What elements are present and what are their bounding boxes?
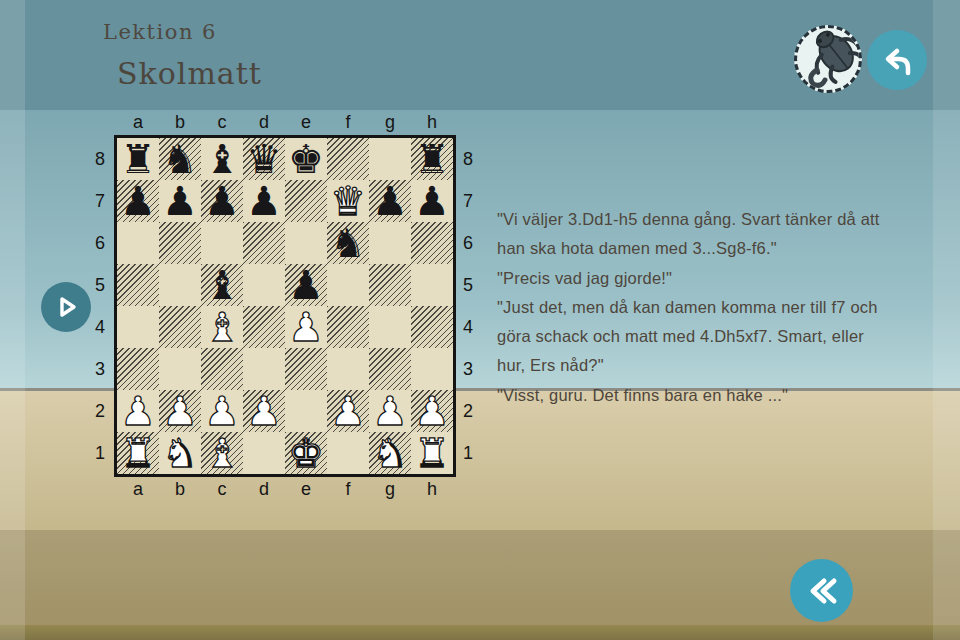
board-square-b2[interactable]: ♟ xyxy=(159,390,201,432)
board-square-f4[interactable] xyxy=(327,306,369,348)
board-square-h3[interactable] xyxy=(411,348,453,390)
board-square-a4[interactable] xyxy=(117,306,159,348)
board-square-c6[interactable] xyxy=(201,222,243,264)
board-square-f2[interactable]: ♟ xyxy=(327,390,369,432)
board-square-e4[interactable]: ♟ xyxy=(285,306,327,348)
board-square-g3[interactable] xyxy=(369,348,411,390)
rank-label: 1 xyxy=(88,432,112,474)
board-square-c4[interactable]: ♝ xyxy=(201,306,243,348)
chess-piece-bN[interactable]: ♞ xyxy=(330,222,366,264)
rank-label: 4 xyxy=(88,306,112,348)
board-square-g1[interactable]: ♞ xyxy=(369,432,411,474)
chess-piece-bP[interactable]: ♟ xyxy=(162,180,198,222)
page-title: Skolmatt xyxy=(117,56,262,91)
board-square-d6[interactable] xyxy=(243,222,285,264)
dialog-line: göra schack och matt med 4.Dh5xf7. Smart… xyxy=(497,322,947,351)
board-square-b8[interactable]: ♞ xyxy=(159,138,201,180)
lesson-number-label: Lektion 6 xyxy=(103,20,217,44)
board-square-b1[interactable]: ♞ xyxy=(159,432,201,474)
board-square-g5[interactable] xyxy=(369,264,411,306)
board-square-c3[interactable] xyxy=(201,348,243,390)
app-screen: Lektion 6 Skolmatt xyxy=(0,0,960,640)
board-square-h1[interactable]: ♜ xyxy=(411,432,453,474)
rank-labels-left: 87654321 xyxy=(88,138,112,474)
board-square-h6[interactable] xyxy=(411,222,453,264)
board-square-a6[interactable] xyxy=(117,222,159,264)
file-label: b xyxy=(159,110,201,134)
rank-label: 5 xyxy=(88,264,112,306)
board-square-f1[interactable] xyxy=(327,432,369,474)
board-square-g8[interactable] xyxy=(369,138,411,180)
board-square-b7[interactable]: ♟ xyxy=(159,180,201,222)
board-square-f8[interactable] xyxy=(327,138,369,180)
board-square-h4[interactable] xyxy=(411,306,453,348)
chess-piece-bR[interactable]: ♜ xyxy=(414,138,450,180)
chess-piece-wR[interactable]: ♜ xyxy=(414,432,450,474)
board-square-d3[interactable] xyxy=(243,348,285,390)
board-square-a3[interactable] xyxy=(117,348,159,390)
chess-piece-wP[interactable]: ♟ xyxy=(204,390,240,432)
board-square-d4[interactable] xyxy=(243,306,285,348)
file-label: b xyxy=(159,477,201,501)
file-label: a xyxy=(117,110,159,134)
board-square-e3[interactable] xyxy=(285,348,327,390)
board-square-f5[interactable] xyxy=(327,264,369,306)
rank-label: 3 xyxy=(456,348,480,390)
file-label: a xyxy=(117,477,159,501)
board-square-d2[interactable]: ♟ xyxy=(243,390,285,432)
rank-label: 8 xyxy=(456,138,480,180)
chess-piece-bK[interactable]: ♚ xyxy=(288,138,324,180)
chess-piece-wB[interactable]: ♝ xyxy=(204,306,240,348)
dialog-line: "Visst, guru. Det finns bara en hake ...… xyxy=(497,381,947,410)
chess-piece-bB[interactable]: ♝ xyxy=(204,138,240,180)
rank-label: 6 xyxy=(456,222,480,264)
sand-background-bottom-strip xyxy=(0,625,960,640)
chess-piece-bP[interactable]: ♟ xyxy=(372,180,408,222)
board-square-e7[interactable] xyxy=(285,180,327,222)
board-square-c5[interactable]: ♝ xyxy=(201,264,243,306)
chess-piece-wK[interactable]: ♚ xyxy=(288,432,324,474)
board-square-g2[interactable]: ♟ xyxy=(369,390,411,432)
chess-piece-bP[interactable]: ♟ xyxy=(120,180,156,222)
chess-piece-bP[interactable]: ♟ xyxy=(204,180,240,222)
file-label: c xyxy=(201,477,243,501)
file-label: h xyxy=(411,477,453,501)
chess-piece-bN[interactable]: ♞ xyxy=(162,138,198,180)
dialog-line: "Vi väljer 3.Dd1-h5 denna gång. Svart tä… xyxy=(497,205,947,234)
board-square-g6[interactable] xyxy=(369,222,411,264)
chess-piece-bP[interactable]: ♟ xyxy=(288,264,324,306)
play-button[interactable] xyxy=(41,282,91,332)
dialog-line: han ska hota damen med 3...Sg8-f6." xyxy=(497,234,947,263)
rank-label: 2 xyxy=(456,390,480,432)
board-square-c8[interactable]: ♝ xyxy=(201,138,243,180)
file-label: e xyxy=(285,110,327,134)
chess-piece-wP[interactable]: ♟ xyxy=(288,306,324,348)
board-square-e2[interactable] xyxy=(285,390,327,432)
chess-piece-wP[interactable]: ♟ xyxy=(414,390,450,432)
chess-piece-wP[interactable]: ♟ xyxy=(162,390,198,432)
rank-label: 4 xyxy=(456,306,480,348)
chess-piece-wN[interactable]: ♞ xyxy=(162,432,198,474)
dialog-text: "Vi väljer 3.Dd1-h5 denna gång. Svart tä… xyxy=(497,205,947,410)
chess-piece-bP[interactable]: ♟ xyxy=(414,180,450,222)
chess-piece-wP[interactable]: ♟ xyxy=(246,390,282,432)
chess-piece-wP[interactable]: ♟ xyxy=(330,390,366,432)
board-square-b6[interactable] xyxy=(159,222,201,264)
file-label: f xyxy=(327,110,369,134)
chess-piece-wN[interactable]: ♞ xyxy=(372,432,408,474)
board-square-f3[interactable] xyxy=(327,348,369,390)
board-square-a1[interactable]: ♜ xyxy=(117,432,159,474)
dialog-line: "Just det, men då kan damen komma ner ti… xyxy=(497,293,947,322)
board-square-f6[interactable]: ♞ xyxy=(327,222,369,264)
chess-piece-wP[interactable]: ♟ xyxy=(120,390,156,432)
board-square-g7[interactable]: ♟ xyxy=(369,180,411,222)
board-square-b5[interactable] xyxy=(159,264,201,306)
chess-piece-wQ[interactable]: ♛ xyxy=(330,180,366,222)
play-icon xyxy=(49,290,83,324)
board-square-e1[interactable]: ♚ xyxy=(285,432,327,474)
board-square-c7[interactable]: ♟ xyxy=(201,180,243,222)
chess-piece-bR[interactable]: ♜ xyxy=(120,138,156,180)
rank-label: 2 xyxy=(88,390,112,432)
chess-piece-wP[interactable]: ♟ xyxy=(372,390,408,432)
rank-label: 3 xyxy=(88,348,112,390)
left-light-strip xyxy=(0,0,25,640)
board-square-a5[interactable] xyxy=(117,264,159,306)
board-square-f7[interactable]: ♛ xyxy=(327,180,369,222)
rank-label: 1 xyxy=(456,432,480,474)
rank-label: 6 xyxy=(88,222,112,264)
board-square-e5[interactable]: ♟ xyxy=(285,264,327,306)
board-square-c2[interactable]: ♟ xyxy=(201,390,243,432)
rank-label: 5 xyxy=(456,264,480,306)
board-square-h7[interactable]: ♟ xyxy=(411,180,453,222)
file-label: c xyxy=(201,110,243,134)
return-arrow-icon xyxy=(875,38,919,82)
avatar[interactable] xyxy=(794,25,862,93)
board-square-b3[interactable] xyxy=(159,348,201,390)
chess-piece-wB[interactable]: ♝ xyxy=(204,432,240,474)
board-square-h8[interactable]: ♜ xyxy=(411,138,453,180)
dialog-line: "Precis vad jag gjorde!" xyxy=(497,264,947,293)
board-square-a7[interactable]: ♟ xyxy=(117,180,159,222)
board-square-e6[interactable] xyxy=(285,222,327,264)
file-label: d xyxy=(243,110,285,134)
file-label: d xyxy=(243,477,285,501)
board-square-b4[interactable] xyxy=(159,306,201,348)
rank-label: 8 xyxy=(88,138,112,180)
chess-piece-bQ[interactable]: ♛ xyxy=(246,138,282,180)
board-square-a8[interactable]: ♜ xyxy=(117,138,159,180)
board-square-g4[interactable] xyxy=(369,306,411,348)
dialog-line: hur, Ers nåd?" xyxy=(497,351,947,380)
chess-piece-bP[interactable]: ♟ xyxy=(246,180,282,222)
rewind-button[interactable] xyxy=(790,559,853,622)
board-square-c1[interactable]: ♝ xyxy=(201,432,243,474)
file-labels-bottom: abcdefgh xyxy=(117,477,453,501)
board-square-d7[interactable]: ♟ xyxy=(243,180,285,222)
back-button[interactable] xyxy=(867,30,927,90)
chess-board[interactable]: ♜♞♝♛♚♜♟♟♟♟♛♟♟♞♝♟♝♟♟♟♟♟♟♟♟♜♞♝♚♞♜ xyxy=(114,135,456,477)
board-square-h2[interactable]: ♟ xyxy=(411,390,453,432)
file-label: g xyxy=(369,477,411,501)
file-label: f xyxy=(327,477,369,501)
chess-piece-wR[interactable]: ♜ xyxy=(120,432,156,474)
rank-labels-right: 87654321 xyxy=(456,138,480,474)
board-square-d8[interactable]: ♛ xyxy=(243,138,285,180)
rank-label: 7 xyxy=(456,180,480,222)
file-labels-top: abcdefgh xyxy=(117,110,453,134)
board-square-e8[interactable]: ♚ xyxy=(285,138,327,180)
board-square-h5[interactable] xyxy=(411,264,453,306)
board-square-d5[interactable] xyxy=(243,264,285,306)
file-label: e xyxy=(285,477,327,501)
file-label: h xyxy=(411,110,453,134)
double-chevron-left-icon xyxy=(800,569,844,613)
board-square-a2[interactable]: ♟ xyxy=(117,390,159,432)
board-square-d1[interactable] xyxy=(243,432,285,474)
chess-piece-bB[interactable]: ♝ xyxy=(204,264,240,306)
rank-label: 7 xyxy=(88,180,112,222)
file-label: g xyxy=(369,110,411,134)
